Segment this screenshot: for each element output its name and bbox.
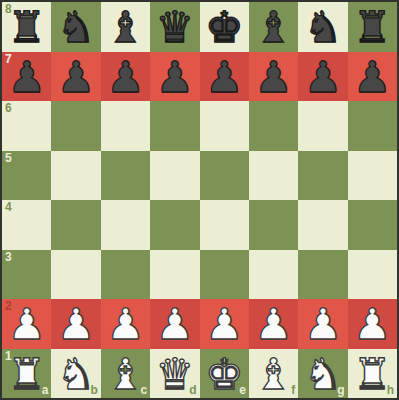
square-f6[interactable] [249, 101, 298, 151]
square-d7[interactable]: ♟ [150, 52, 199, 102]
square-b8[interactable]: ♞ [51, 2, 100, 52]
square-g3[interactable] [298, 250, 347, 300]
piece-black-pawn[interactable]: ♟ [106, 56, 145, 99]
square-h6[interactable] [348, 101, 397, 151]
square-f8[interactable]: ♝ [249, 2, 298, 52]
piece-black-bishop[interactable]: ♝ [254, 6, 293, 49]
square-b5[interactable] [51, 151, 100, 201]
square-d6[interactable] [150, 101, 199, 151]
square-f2[interactable]: ♟ [249, 299, 298, 349]
square-g5[interactable] [298, 151, 347, 201]
square-c7[interactable]: ♟ [101, 52, 150, 102]
square-h1[interactable]: h♜ [348, 349, 397, 399]
square-d1[interactable]: d♛ [150, 349, 199, 399]
piece-white-pawn[interactable]: ♟ [7, 303, 46, 346]
piece-white-rook[interactable]: ♜ [7, 353, 46, 396]
square-a8[interactable]: 8♜ [2, 2, 51, 52]
piece-white-knight[interactable]: ♞ [304, 353, 343, 396]
piece-black-pawn[interactable]: ♟ [304, 56, 343, 99]
square-e5[interactable] [200, 151, 249, 201]
square-h3[interactable] [348, 250, 397, 300]
square-e4[interactable] [200, 200, 249, 250]
square-b4[interactable] [51, 200, 100, 250]
square-e6[interactable] [200, 101, 249, 151]
piece-white-bishop[interactable]: ♝ [106, 353, 145, 396]
square-g6[interactable] [298, 101, 347, 151]
piece-black-rook[interactable]: ♜ [7, 6, 46, 49]
chess-board-frame: 8♜♞♝♛♚♝♞♜7♟♟♟♟♟♟♟♟65432♟♟♟♟♟♟♟♟1a♜b♞c♝d♛… [0, 0, 399, 400]
square-g1[interactable]: g♞ [298, 349, 347, 399]
square-h7[interactable]: ♟ [348, 52, 397, 102]
square-d3[interactable] [150, 250, 199, 300]
piece-white-pawn[interactable]: ♟ [254, 303, 293, 346]
square-a4[interactable]: 4 [2, 200, 51, 250]
square-c1[interactable]: c♝ [101, 349, 150, 399]
piece-black-bishop[interactable]: ♝ [106, 6, 145, 49]
square-h8[interactable]: ♜ [348, 2, 397, 52]
piece-black-knight[interactable]: ♞ [57, 6, 96, 49]
piece-black-knight[interactable]: ♞ [304, 6, 343, 49]
square-a2[interactable]: 2♟ [2, 299, 51, 349]
rank-label-5: 5 [5, 152, 12, 164]
square-b7[interactable]: ♟ [51, 52, 100, 102]
piece-white-knight[interactable]: ♞ [57, 353, 96, 396]
piece-black-king[interactable]: ♚ [205, 6, 244, 49]
piece-white-king[interactable]: ♚ [205, 353, 244, 396]
square-a5[interactable]: 5 [2, 151, 51, 201]
square-c2[interactable]: ♟ [101, 299, 150, 349]
square-b6[interactable] [51, 101, 100, 151]
square-h4[interactable] [348, 200, 397, 250]
square-d4[interactable] [150, 200, 199, 250]
square-b3[interactable] [51, 250, 100, 300]
square-e8[interactable]: ♚ [200, 2, 249, 52]
square-f5[interactable] [249, 151, 298, 201]
square-b1[interactable]: b♞ [51, 349, 100, 399]
square-b2[interactable]: ♟ [51, 299, 100, 349]
square-g7[interactable]: ♟ [298, 52, 347, 102]
rank-label-3: 3 [5, 251, 12, 263]
piece-white-rook[interactable]: ♜ [353, 353, 392, 396]
square-e3[interactable] [200, 250, 249, 300]
piece-white-pawn[interactable]: ♟ [156, 303, 195, 346]
square-f4[interactable] [249, 200, 298, 250]
piece-black-pawn[interactable]: ♟ [353, 56, 392, 99]
square-f7[interactable]: ♟ [249, 52, 298, 102]
square-d8[interactable]: ♛ [150, 2, 199, 52]
rank-label-6: 6 [5, 102, 12, 114]
square-h2[interactable]: ♟ [348, 299, 397, 349]
piece-black-pawn[interactable]: ♟ [205, 56, 244, 99]
piece-black-rook[interactable]: ♜ [353, 6, 392, 49]
square-f1[interactable]: f♝ [249, 349, 298, 399]
square-c5[interactable] [101, 151, 150, 201]
piece-white-pawn[interactable]: ♟ [353, 303, 392, 346]
square-a6[interactable]: 6 [2, 101, 51, 151]
square-e1[interactable]: e♚ [200, 349, 249, 399]
square-f3[interactable] [249, 250, 298, 300]
square-g8[interactable]: ♞ [298, 2, 347, 52]
rank-label-4: 4 [5, 201, 12, 213]
piece-white-pawn[interactable]: ♟ [57, 303, 96, 346]
square-c8[interactable]: ♝ [101, 2, 150, 52]
piece-black-pawn[interactable]: ♟ [156, 56, 195, 99]
piece-white-pawn[interactable]: ♟ [304, 303, 343, 346]
square-d2[interactable]: ♟ [150, 299, 199, 349]
square-h5[interactable] [348, 151, 397, 201]
square-c6[interactable] [101, 101, 150, 151]
square-c4[interactable] [101, 200, 150, 250]
square-a1[interactable]: 1a♜ [2, 349, 51, 399]
piece-white-pawn[interactable]: ♟ [106, 303, 145, 346]
square-a3[interactable]: 3 [2, 250, 51, 300]
square-d5[interactable] [150, 151, 199, 201]
square-e2[interactable]: ♟ [200, 299, 249, 349]
piece-black-pawn[interactable]: ♟ [254, 56, 293, 99]
square-e7[interactable]: ♟ [200, 52, 249, 102]
square-g2[interactable]: ♟ [298, 299, 347, 349]
chess-board: 8♜♞♝♛♚♝♞♜7♟♟♟♟♟♟♟♟65432♟♟♟♟♟♟♟♟1a♜b♞c♝d♛… [2, 2, 397, 398]
piece-white-bishop[interactable]: ♝ [254, 353, 293, 396]
piece-black-pawn[interactable]: ♟ [7, 56, 46, 99]
square-c3[interactable] [101, 250, 150, 300]
square-g4[interactable] [298, 200, 347, 250]
piece-white-queen[interactable]: ♛ [156, 353, 195, 396]
piece-black-pawn[interactable]: ♟ [57, 56, 96, 99]
piece-white-pawn[interactable]: ♟ [205, 303, 244, 346]
square-a7[interactable]: 7♟ [2, 52, 51, 102]
piece-black-queen[interactable]: ♛ [156, 6, 195, 49]
